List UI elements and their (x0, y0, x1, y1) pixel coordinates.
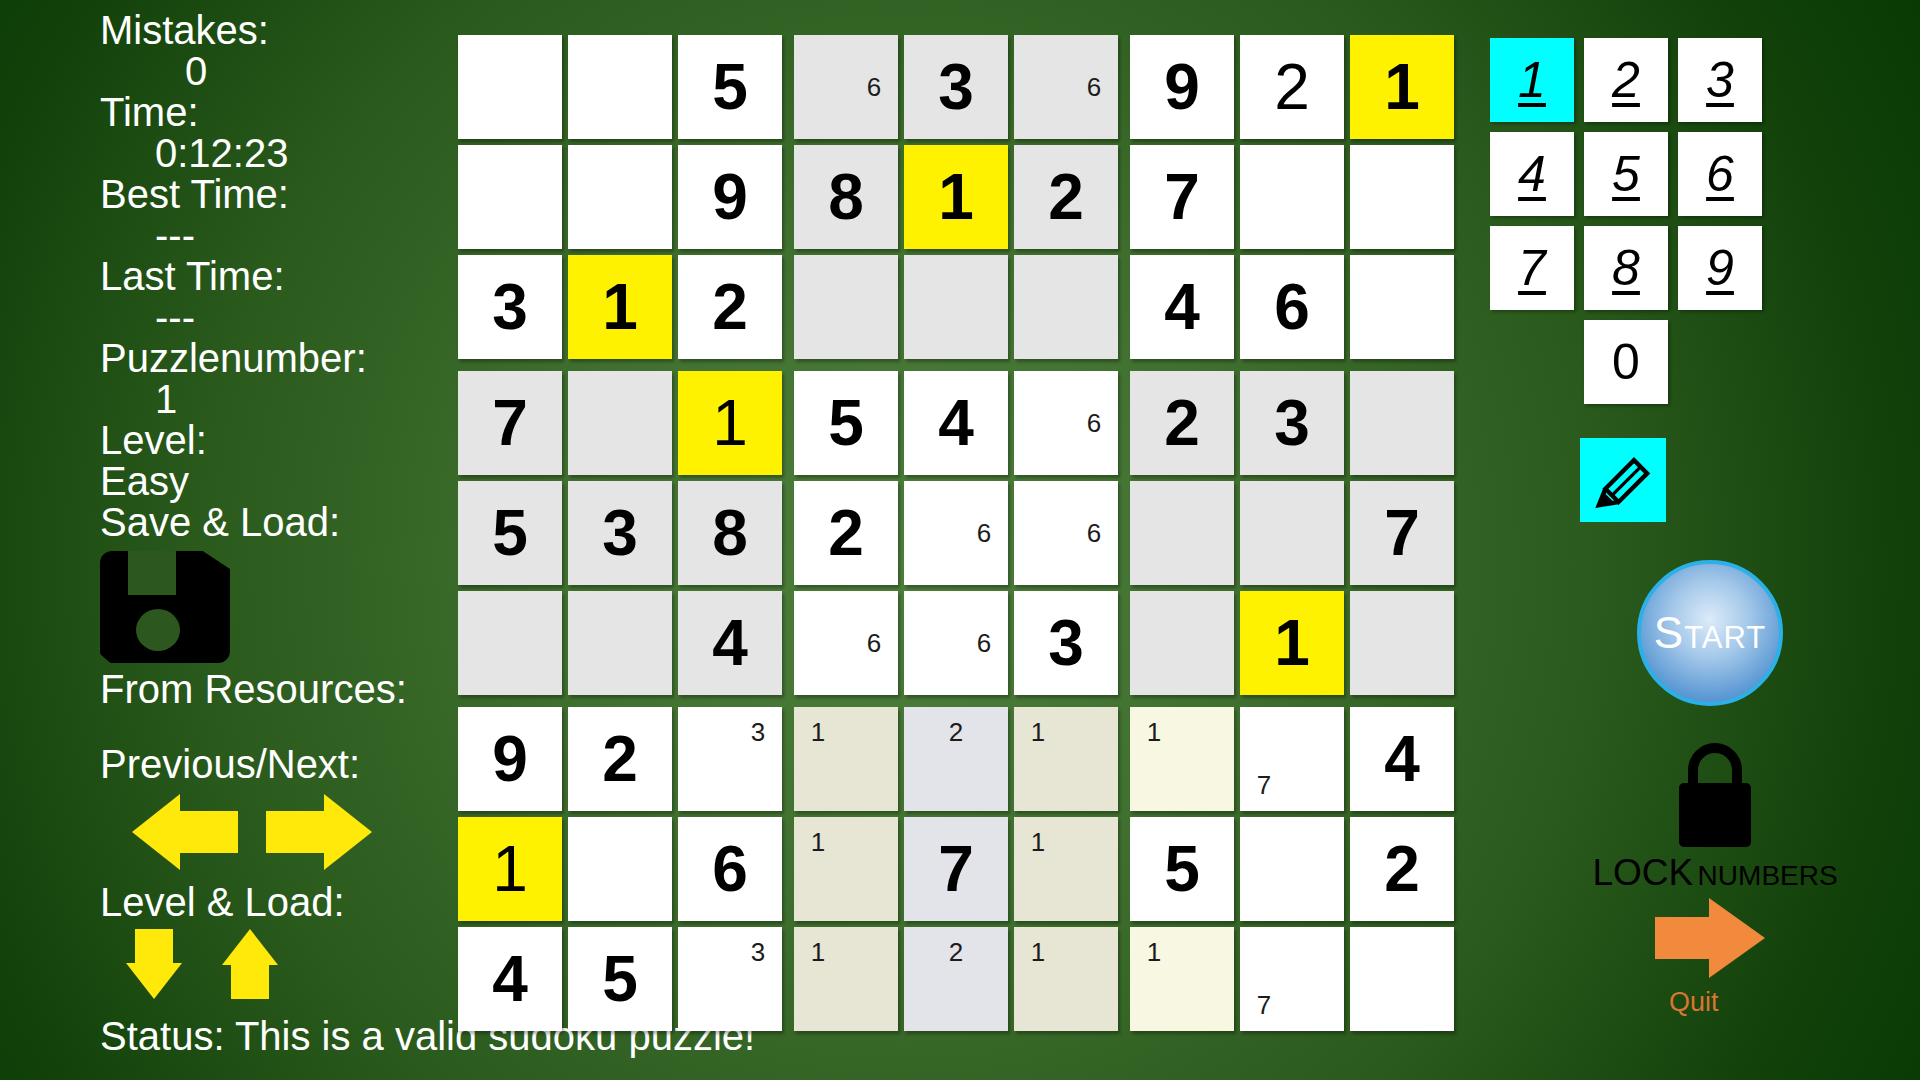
pencil-marks: 1 (1140, 717, 1224, 801)
cell-r3c7[interactable]: 4 (1130, 255, 1234, 359)
cell-r3c2[interactable]: 1 (568, 255, 672, 359)
pencil-marks: 1 (804, 937, 888, 1021)
numpad-key-0[interactable]: 0 (1584, 320, 1668, 404)
cell-r9c7[interactable]: 1 (1130, 927, 1234, 1031)
sidebar: Mistakes: 0 Time: 0:12:23 Best Time: ---… (100, 10, 520, 999)
time-label: Time: (100, 92, 520, 133)
cell-r3c4[interactable] (794, 255, 898, 359)
cell-r6c5[interactable]: 6 (904, 591, 1008, 695)
pencil-mode-button[interactable] (1580, 438, 1666, 522)
pencil-marks: 6 (1024, 491, 1108, 575)
level-value: Easy (100, 461, 520, 502)
given-digit: 9 (492, 727, 528, 791)
cell-r8c8[interactable] (1240, 817, 1344, 921)
cell-r1c1[interactable] (458, 35, 562, 139)
cell-r7c7[interactable]: 1 (1130, 707, 1234, 811)
cell-r8c1[interactable]: 1 (458, 817, 562, 921)
cell-r7c4[interactable]: 1 (794, 707, 898, 811)
block-4: 715384 (458, 371, 782, 695)
cell-r1c4[interactable]: 6 (794, 35, 898, 139)
cell-r3c5[interactable] (904, 255, 1008, 359)
cell-r2c9[interactable] (1350, 145, 1454, 249)
block-2: 636812 (794, 35, 1118, 359)
cell-r6c1[interactable] (458, 591, 562, 695)
cell-r8c2[interactable] (568, 817, 672, 921)
cell-r4c2[interactable] (568, 371, 672, 475)
from-resources-label: From Resources: (100, 669, 520, 710)
numpad-key-1[interactable]: 1 (1490, 38, 1574, 122)
given-digit: 2 (1164, 391, 1200, 455)
mistakes-value: 0 (100, 51, 520, 92)
quit-label: Quit (1669, 987, 1765, 1018)
given-digit: 3 (938, 55, 974, 119)
given-digit: 5 (492, 501, 528, 565)
pencil-marks: 1 (804, 717, 888, 801)
previous-arrow-button[interactable] (132, 794, 238, 870)
given-digit: 7 (938, 837, 974, 901)
save-load-floppy-button[interactable] (100, 551, 230, 663)
cell-r9c8[interactable]: 7 (1240, 927, 1344, 1031)
given-digit: 1 (602, 275, 638, 339)
cell-r9c3[interactable]: 3 (678, 927, 782, 1031)
block-8: 121171121 (794, 707, 1118, 1031)
pencil-marks: 2 (914, 717, 998, 801)
pencil-marks: 6 (914, 491, 998, 575)
cell-r5c9[interactable]: 7 (1350, 481, 1454, 585)
cell-r3c1[interactable]: 3 (458, 255, 562, 359)
given-digit: 3 (1048, 611, 1084, 675)
pencil-marks: 6 (914, 601, 998, 685)
given-digit: 8 (712, 501, 748, 565)
cell-r2c5[interactable]: 1 (904, 145, 1008, 249)
cell-r9c4[interactable]: 1 (794, 927, 898, 1031)
cell-r9c1[interactable]: 4 (458, 927, 562, 1031)
numpad-key-6[interactable]: 6 (1678, 132, 1762, 216)
pencil-marks: 6 (1024, 45, 1108, 129)
pencil-marks: 3 (688, 937, 772, 1021)
time-value: 0:12:23 (100, 133, 520, 174)
lock-icon (1688, 743, 1742, 785)
block-7: 92316453 (458, 707, 782, 1031)
block-5: 546266663 (794, 371, 1118, 695)
block-3: 921746 (1130, 35, 1454, 359)
pencil-marks: 6 (804, 45, 888, 129)
quit-arrow-icon (1655, 898, 1765, 978)
given-digit: 5 (828, 391, 864, 455)
cell-r3c9[interactable] (1350, 255, 1454, 359)
block-9: 1745217 (1130, 707, 1454, 1031)
given-digit: 6 (1274, 275, 1310, 339)
given-digit: 2 (602, 727, 638, 791)
given-digit: 2 (828, 501, 864, 565)
given-digit: 4 (938, 391, 974, 455)
cell-r7c8[interactable]: 7 (1240, 707, 1344, 811)
given-digit: 5 (712, 55, 748, 119)
last-time-value: --- (100, 297, 520, 338)
pencil-marks: 6 (804, 601, 888, 685)
numpad-key-8[interactable]: 8 (1584, 226, 1668, 310)
numpad-key-7[interactable]: 7 (1490, 226, 1574, 310)
given-digit: 3 (602, 501, 638, 565)
entered-digit: 1 (712, 391, 748, 455)
level-label: Level: (100, 420, 520, 461)
floppy-hub (136, 609, 180, 651)
cell-r8c5[interactable]: 7 (904, 817, 1008, 921)
sudoku-board: 5931263681292174671538454626666323719231… (458, 35, 1454, 1031)
given-digit: 6 (712, 837, 748, 901)
start-button[interactable]: Start (1637, 560, 1783, 706)
given-digit: 3 (1274, 391, 1310, 455)
given-digit: 5 (602, 947, 638, 1011)
given-digit: 7 (1384, 501, 1420, 565)
given-digit: 4 (1164, 275, 1200, 339)
pencil-marks: 1 (1024, 717, 1108, 801)
mistakes-label: Mistakes: (100, 10, 520, 51)
cell-r1c6[interactable]: 6 (1014, 35, 1118, 139)
given-digit: 4 (492, 947, 528, 1011)
block-6: 2371 (1130, 371, 1454, 695)
cell-r2c4[interactable]: 8 (794, 145, 898, 249)
level-down-button[interactable] (126, 929, 182, 999)
cell-r6c6[interactable]: 3 (1014, 591, 1118, 695)
given-digit: 7 (492, 391, 528, 455)
numpad-key-5[interactable]: 5 (1584, 132, 1668, 216)
number-pad: 1234567890 (1490, 38, 1762, 404)
pencil-marks: 1 (1024, 937, 1108, 1021)
right-arrow-icon (324, 794, 372, 870)
lock-numbers-button[interactable]: LOCK NUMBERS (1600, 743, 1830, 894)
given-digit: 4 (712, 611, 748, 675)
entered-digit: 1 (492, 837, 528, 901)
given-digit: 1 (1384, 55, 1420, 119)
cell-r7c2[interactable]: 2 (568, 707, 672, 811)
given-digit: 5 (1164, 837, 1200, 901)
given-digit: 2 (712, 275, 748, 339)
floppy-shutter (128, 551, 176, 595)
cell-r1c5[interactable]: 3 (904, 35, 1008, 139)
cell-r4c8[interactable]: 3 (1240, 371, 1344, 475)
cell-r6c2[interactable] (568, 591, 672, 695)
cell-r7c6[interactable]: 1 (1014, 707, 1118, 811)
cell-r6c3[interactable]: 4 (678, 591, 782, 695)
given-digit: 9 (1164, 55, 1200, 119)
quit-button[interactable]: Quit (1655, 898, 1765, 1018)
cell-r5c4[interactable]: 2 (794, 481, 898, 585)
lock-numbers-label: LOCK NUMBERS (1592, 852, 1837, 894)
cell-r6c4[interactable]: 6 (794, 591, 898, 695)
cell-r4c5[interactable]: 4 (904, 371, 1008, 475)
cell-r2c1[interactable] (458, 145, 562, 249)
entered-digit: 2 (1274, 55, 1310, 119)
cell-r2c2[interactable] (568, 145, 672, 249)
previous-next-label: Previous/Next: (100, 744, 520, 785)
pencil-marks: 3 (688, 717, 772, 801)
down-arrow-icon (126, 963, 182, 999)
last-time-label: Last Time: (100, 256, 520, 297)
given-digit: 2 (1384, 837, 1420, 901)
cell-r1c9[interactable]: 1 (1350, 35, 1454, 139)
left-arrow-icon (132, 794, 180, 870)
cell-r2c8[interactable] (1240, 145, 1344, 249)
next-arrow-button[interactable] (266, 794, 372, 870)
pencil-marks: 1 (1024, 827, 1108, 911)
best-time-value: --- (100, 215, 520, 256)
given-digit: 2 (1048, 165, 1084, 229)
pencil-marks: 1 (804, 827, 888, 911)
given-digit: 9 (712, 165, 748, 229)
cell-r8c6[interactable]: 1 (1014, 817, 1118, 921)
given-digit: 1 (1274, 611, 1310, 675)
level-load-label: Level & Load: (100, 882, 520, 923)
up-arrow-icon (222, 929, 278, 965)
pencil-marks: 2 (914, 937, 998, 1021)
pencil-marks: 1 (1140, 937, 1224, 1021)
cell-r5c2[interactable]: 3 (568, 481, 672, 585)
cell-r1c2[interactable] (568, 35, 672, 139)
cell-r1c3[interactable]: 5 (678, 35, 782, 139)
cell-r3c3[interactable]: 2 (678, 255, 782, 359)
cell-r6c8[interactable]: 1 (1240, 591, 1344, 695)
cell-r8c3[interactable]: 6 (678, 817, 782, 921)
cell-r3c6[interactable] (1014, 255, 1118, 359)
level-up-button[interactable] (222, 929, 278, 999)
cell-r5c3[interactable]: 8 (678, 481, 782, 585)
cell-r8c4[interactable]: 1 (794, 817, 898, 921)
cell-r5c7[interactable] (1130, 481, 1234, 585)
cell-r1c8[interactable]: 2 (1240, 35, 1344, 139)
given-digit: 3 (492, 275, 528, 339)
numpad-key-2[interactable]: 2 (1584, 38, 1668, 122)
cell-r4c9[interactable] (1350, 371, 1454, 475)
cell-r7c9[interactable]: 4 (1350, 707, 1454, 811)
cell-r1c7[interactable]: 9 (1130, 35, 1234, 139)
puzzle-number-value: 1 (100, 379, 520, 420)
cell-r9c2[interactable]: 5 (568, 927, 672, 1031)
given-digit: 4 (1384, 727, 1420, 791)
numpad-key-4[interactable]: 4 (1490, 132, 1574, 216)
cell-r4c1[interactable]: 7 (458, 371, 562, 475)
cell-r7c3[interactable]: 3 (678, 707, 782, 811)
cell-r9c9[interactable] (1350, 927, 1454, 1031)
cell-r8c9[interactable]: 2 (1350, 817, 1454, 921)
cell-r4c4[interactable]: 5 (794, 371, 898, 475)
block-1: 59312 (458, 35, 782, 359)
cell-r9c6[interactable]: 1 (1014, 927, 1118, 1031)
cell-r2c6[interactable]: 2 (1014, 145, 1118, 249)
sudoku-app: Mistakes: 0 Time: 0:12:23 Best Time: ---… (0, 0, 1920, 1080)
puzzle-number-label: Puzzlenumber: (100, 338, 520, 379)
cell-r2c7[interactable]: 7 (1130, 145, 1234, 249)
pencil-icon (1590, 447, 1656, 513)
cell-r6c7[interactable] (1130, 591, 1234, 695)
cell-r5c8[interactable] (1240, 481, 1344, 585)
cell-r3c8[interactable]: 6 (1240, 255, 1344, 359)
cell-r5c1[interactable]: 5 (458, 481, 562, 585)
pencil-marks: 6 (1024, 381, 1108, 465)
cell-r9c5[interactable]: 2 (904, 927, 1008, 1031)
given-digit: 8 (828, 165, 864, 229)
cell-r8c7[interactable]: 5 (1130, 817, 1234, 921)
pencil-marks: 7 (1250, 717, 1334, 801)
cell-r2c3[interactable]: 9 (678, 145, 782, 249)
cell-r4c7[interactable]: 2 (1130, 371, 1234, 475)
given-digit: 7 (1164, 165, 1200, 229)
cell-r7c5[interactable]: 2 (904, 707, 1008, 811)
pencil-marks: 7 (1250, 937, 1334, 1021)
start-button-label: Start (1654, 608, 1766, 658)
numpad-key-9[interactable]: 9 (1678, 226, 1762, 310)
cell-r5c6[interactable]: 6 (1014, 481, 1118, 585)
cell-r4c6[interactable]: 6 (1014, 371, 1118, 475)
cell-r5c5[interactable]: 6 (904, 481, 1008, 585)
numpad-key-3[interactable]: 3 (1678, 38, 1762, 122)
save-load-label: Save & Load: (100, 502, 520, 543)
cell-r6c9[interactable] (1350, 591, 1454, 695)
cell-r4c3[interactable]: 1 (678, 371, 782, 475)
best-time-label: Best Time: (100, 174, 520, 215)
cell-r7c1[interactable]: 9 (458, 707, 562, 811)
given-digit: 1 (938, 165, 974, 229)
